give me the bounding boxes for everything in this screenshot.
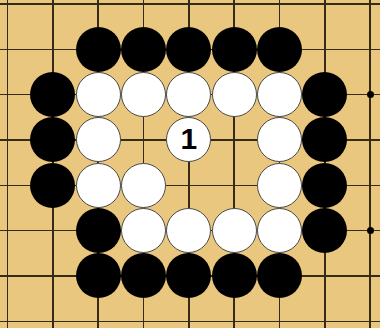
empty-intersection: [166, 163, 211, 208]
white-stone-marked-1: 1: [166, 117, 211, 162]
white-stone: [212, 72, 257, 117]
empty-intersection: [0, 117, 30, 162]
white-stone: [166, 208, 211, 253]
empty-intersection: [211, 299, 256, 328]
intersection: [302, 163, 347, 208]
empty-intersection: [121, 299, 166, 328]
go-grid: 1: [0, 0, 380, 328]
white-stone: [212, 208, 257, 253]
go-board: 1: [0, 0, 380, 328]
empty-intersection: [347, 163, 380, 208]
empty-intersection: [302, 253, 347, 298]
empty-intersection: [166, 0, 211, 27]
white-stone: [121, 208, 166, 253]
white-stone: [121, 163, 166, 208]
white-stone: [257, 208, 302, 253]
intersection: [211, 208, 256, 253]
black-stone: [121, 27, 166, 72]
empty-intersection: [75, 299, 120, 328]
intersection: [257, 163, 302, 208]
black-stone: [302, 72, 347, 117]
intersection: [211, 72, 256, 117]
intersection: [302, 208, 347, 253]
intersection: [121, 163, 166, 208]
empty-intersection: [347, 253, 380, 298]
intersection: [166, 253, 211, 298]
intersection: [75, 163, 120, 208]
empty-intersection: [347, 299, 380, 328]
intersection: [257, 253, 302, 298]
white-stone: [121, 72, 166, 117]
intersection: [75, 208, 120, 253]
black-stone: [212, 253, 257, 298]
intersection: [75, 117, 120, 162]
black-stone: [30, 117, 75, 162]
empty-intersection: [30, 299, 75, 328]
intersection: [166, 72, 211, 117]
empty-intersection: [0, 208, 30, 253]
empty-intersection: [257, 0, 302, 27]
intersection: [211, 27, 256, 72]
intersection: 1: [166, 117, 211, 162]
empty-intersection: [75, 0, 120, 27]
empty-intersection: [0, 253, 30, 298]
intersection: [211, 253, 256, 298]
black-stone: [302, 117, 347, 162]
intersection: [121, 72, 166, 117]
black-stone: [257, 27, 302, 72]
empty-intersection: [257, 299, 302, 328]
black-stone: [302, 208, 347, 253]
empty-intersection: [0, 299, 30, 328]
move-number-label: 1: [180, 124, 197, 154]
empty-intersection: [30, 253, 75, 298]
white-stone: [76, 117, 121, 162]
intersection: [121, 208, 166, 253]
intersection: [166, 27, 211, 72]
intersection: [30, 117, 75, 162]
black-stone: [76, 253, 121, 298]
intersection: [30, 72, 75, 117]
white-stone: [76, 72, 121, 117]
empty-intersection: [347, 0, 380, 27]
intersection: [75, 27, 120, 72]
black-stone: [76, 208, 121, 253]
empty-intersection: [211, 163, 256, 208]
black-stone: [166, 253, 211, 298]
black-stone: [212, 27, 257, 72]
empty-intersection: [0, 0, 30, 27]
empty-intersection: [166, 299, 211, 328]
empty-intersection: [0, 163, 30, 208]
black-stone: [30, 163, 75, 208]
black-stone: [257, 253, 302, 298]
intersection: [257, 117, 302, 162]
empty-intersection: [302, 27, 347, 72]
intersection: [30, 163, 75, 208]
empty-intersection: [0, 72, 30, 117]
white-stone: [257, 163, 302, 208]
empty-intersection: [121, 0, 166, 27]
empty-intersection: [211, 0, 256, 27]
intersection: [302, 117, 347, 162]
intersection: [257, 27, 302, 72]
black-stone: [302, 163, 347, 208]
empty-intersection: [0, 27, 30, 72]
empty-intersection: [30, 0, 75, 27]
white-stone: [76, 163, 121, 208]
empty-intersection: [30, 208, 75, 253]
empty-intersection: [347, 208, 380, 253]
black-stone: [166, 27, 211, 72]
intersection: [257, 72, 302, 117]
empty-intersection: [302, 299, 347, 328]
intersection: [302, 72, 347, 117]
empty-intersection: [347, 27, 380, 72]
empty-intersection: [347, 72, 380, 117]
black-stone: [121, 253, 166, 298]
empty-intersection: [121, 117, 166, 162]
white-stone: [257, 117, 302, 162]
intersection: [257, 208, 302, 253]
white-stone: [257, 72, 302, 117]
black-stone: [76, 27, 121, 72]
empty-intersection: [302, 0, 347, 27]
intersection: [75, 72, 120, 117]
empty-intersection: [347, 117, 380, 162]
intersection: [121, 27, 166, 72]
intersection: [166, 208, 211, 253]
black-stone: [30, 72, 75, 117]
empty-intersection: [211, 117, 256, 162]
intersection: [121, 253, 166, 298]
intersection: [75, 253, 120, 298]
empty-intersection: [30, 27, 75, 72]
white-stone: [166, 72, 211, 117]
